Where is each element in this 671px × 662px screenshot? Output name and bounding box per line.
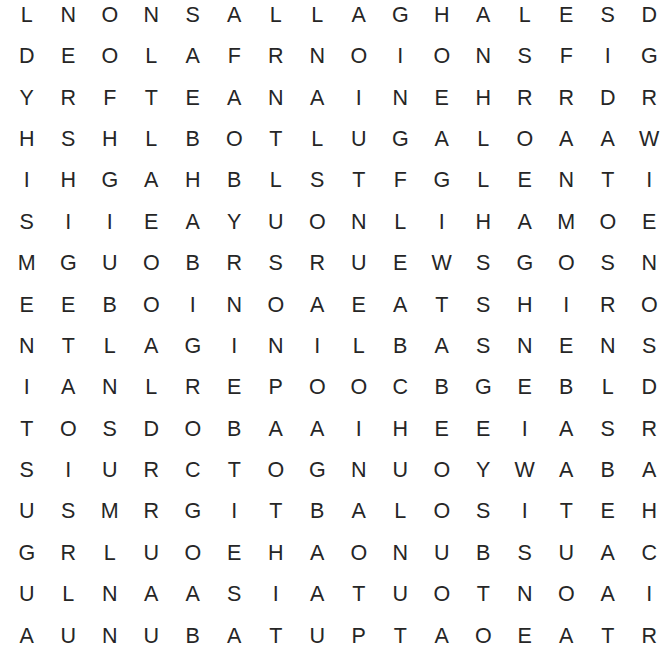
grid-cell[interactable]: U	[255, 202, 297, 243]
grid-cell[interactable]: F	[89, 78, 131, 119]
grid-cell[interactable]: M	[546, 202, 588, 243]
grid-cell[interactable]: U	[421, 533, 463, 574]
grid-cell[interactable]: R	[255, 36, 297, 77]
grid-cell[interactable]: I	[48, 202, 90, 243]
grid-cell[interactable]: A	[587, 533, 629, 574]
grid-cell[interactable]: M	[6, 243, 48, 284]
grid-cell[interactable]: S	[463, 285, 505, 326]
grid-cell[interactable]: N	[504, 574, 546, 615]
grid-cell[interactable]: O	[338, 36, 380, 77]
grid-cell[interactable]: B	[172, 616, 214, 657]
grid-cell[interactable]: E	[421, 409, 463, 450]
grid-cell[interactable]: A	[629, 450, 671, 491]
grid-cell[interactable]: L	[6, 0, 48, 36]
grid-cell[interactable]: B	[172, 119, 214, 160]
grid-cell[interactable]: M	[89, 492, 131, 533]
grid-cell[interactable]: L	[504, 0, 546, 36]
grid-cell[interactable]: L	[89, 326, 131, 367]
grid-cell[interactable]: O	[629, 285, 671, 326]
grid-cell[interactable]: T	[214, 450, 256, 491]
grid-cell[interactable]: D	[131, 409, 173, 450]
grid-cell[interactable]: O	[421, 574, 463, 615]
grid-cell[interactable]: A	[172, 36, 214, 77]
grid-cell[interactable]: H	[504, 285, 546, 326]
grid-cell[interactable]: S	[463, 243, 505, 284]
grid-cell[interactable]: L	[587, 367, 629, 408]
grid-cell[interactable]: S	[48, 119, 90, 160]
grid-cell[interactable]: O	[255, 285, 297, 326]
grid-cell[interactable]: L	[255, 161, 297, 202]
grid-cell[interactable]: R	[629, 409, 671, 450]
grid-cell[interactable]: S	[48, 492, 90, 533]
grid-cell[interactable]: N	[338, 202, 380, 243]
grid-cell[interactable]: R	[172, 367, 214, 408]
grid-cell[interactable]: A	[546, 450, 588, 491]
grid-cell[interactable]: H	[463, 202, 505, 243]
grid-cell[interactable]: A	[338, 0, 380, 36]
grid-cell[interactable]: R	[214, 243, 256, 284]
grid-cell[interactable]: L	[463, 119, 505, 160]
grid-cell[interactable]: A	[297, 574, 339, 615]
grid-cell[interactable]: U	[338, 243, 380, 284]
grid-cell[interactable]: T	[255, 616, 297, 657]
grid-cell[interactable]: U	[89, 243, 131, 284]
grid-cell[interactable]: L	[255, 0, 297, 36]
grid-cell[interactable]: N	[463, 36, 505, 77]
grid-cell[interactable]: L	[131, 36, 173, 77]
grid-cell[interactable]: T	[255, 119, 297, 160]
grid-cell[interactable]: A	[421, 616, 463, 657]
grid-cell[interactable]: I	[214, 492, 256, 533]
grid-cell[interactable]: S	[89, 409, 131, 450]
grid-cell[interactable]: G	[421, 161, 463, 202]
grid-cell[interactable]: W	[504, 450, 546, 491]
grid-cell[interactable]: N	[338, 450, 380, 491]
grid-cell[interactable]: S	[504, 533, 546, 574]
grid-cell[interactable]: U	[546, 533, 588, 574]
grid-cell[interactable]: T	[546, 492, 588, 533]
grid-cell[interactable]: A	[587, 574, 629, 615]
grid-cell[interactable]: D	[629, 0, 671, 36]
grid-cell[interactable]: Y	[214, 202, 256, 243]
grid-cell[interactable]: A	[546, 409, 588, 450]
grid-cell[interactable]: G	[629, 36, 671, 77]
grid-cell[interactable]: I	[214, 326, 256, 367]
grid-cell[interactable]: E	[48, 36, 90, 77]
grid-cell[interactable]: O	[587, 202, 629, 243]
grid-cell[interactable]: O	[421, 36, 463, 77]
grid-cell[interactable]: H	[255, 533, 297, 574]
grid-cell[interactable]: E	[504, 367, 546, 408]
grid-cell[interactable]: E	[629, 202, 671, 243]
grid-cell[interactable]: A	[338, 492, 380, 533]
grid-cell[interactable]: S	[587, 409, 629, 450]
grid-cell[interactable]: I	[421, 202, 463, 243]
grid-cell[interactable]: N	[297, 36, 339, 77]
grid-cell[interactable]: U	[131, 616, 173, 657]
grid-cell[interactable]: I	[48, 450, 90, 491]
grid-cell[interactable]: N	[89, 367, 131, 408]
grid-cell[interactable]: B	[214, 161, 256, 202]
grid-cell[interactable]: O	[338, 533, 380, 574]
grid-cell[interactable]: A	[297, 533, 339, 574]
grid-cell[interactable]: A	[546, 616, 588, 657]
grid-cell[interactable]: H	[629, 492, 671, 533]
grid-cell[interactable]: N	[504, 326, 546, 367]
grid-cell[interactable]: G	[380, 0, 422, 36]
grid-cell[interactable]: D	[629, 367, 671, 408]
grid-cell[interactable]: N	[380, 533, 422, 574]
grid-cell[interactable]: I	[6, 161, 48, 202]
grid-cell[interactable]: N	[587, 326, 629, 367]
grid-cell[interactable]: E	[546, 0, 588, 36]
grid-cell[interactable]: N	[546, 161, 588, 202]
grid-cell[interactable]: E	[504, 616, 546, 657]
grid-cell[interactable]: N	[89, 574, 131, 615]
grid-cell[interactable]: O	[89, 36, 131, 77]
grid-cell[interactable]: E	[546, 326, 588, 367]
grid-cell[interactable]: O	[131, 285, 173, 326]
grid-cell[interactable]: T	[48, 326, 90, 367]
grid-cell[interactable]: O	[297, 367, 339, 408]
grid-cell[interactable]: U	[89, 450, 131, 491]
grid-cell[interactable]: O	[504, 119, 546, 160]
grid-cell[interactable]: O	[463, 616, 505, 657]
grid-cell[interactable]: A	[297, 285, 339, 326]
grid-cell[interactable]: O	[255, 450, 297, 491]
grid-cell[interactable]: A	[214, 0, 256, 36]
grid-cell[interactable]: O	[172, 409, 214, 450]
grid-cell[interactable]: O	[421, 450, 463, 491]
grid-cell[interactable]: I	[172, 285, 214, 326]
grid-cell[interactable]: R	[131, 492, 173, 533]
grid-cell[interactable]: B	[380, 326, 422, 367]
grid-cell[interactable]: A	[421, 326, 463, 367]
grid-cell[interactable]: T	[338, 161, 380, 202]
grid-cell[interactable]: T	[255, 492, 297, 533]
grid-cell[interactable]: T	[587, 161, 629, 202]
grid-cell[interactable]: T	[131, 78, 173, 119]
grid-cell[interactable]: G	[504, 243, 546, 284]
grid-cell[interactable]: G	[172, 326, 214, 367]
grid-cell[interactable]: O	[89, 0, 131, 36]
grid-cell[interactable]: B	[297, 492, 339, 533]
grid-cell[interactable]: S	[504, 36, 546, 77]
grid-cell[interactable]: A	[48, 367, 90, 408]
grid-cell[interactable]: S	[6, 202, 48, 243]
grid-cell[interactable]: O	[546, 574, 588, 615]
grid-cell[interactable]: S	[587, 243, 629, 284]
grid-cell[interactable]: A	[131, 161, 173, 202]
grid-cell[interactable]: A	[587, 119, 629, 160]
grid-cell[interactable]: R	[629, 78, 671, 119]
grid-cell[interactable]: L	[380, 202, 422, 243]
grid-cell[interactable]: C	[172, 450, 214, 491]
grid-cell[interactable]: E	[48, 285, 90, 326]
grid-cell[interactable]: G	[172, 492, 214, 533]
grid-cell[interactable]: S	[463, 326, 505, 367]
grid-cell[interactable]: T	[587, 616, 629, 657]
grid-cell[interactable]: S	[6, 450, 48, 491]
grid-cell[interactable]: T	[338, 574, 380, 615]
grid-cell[interactable]: A	[380, 285, 422, 326]
grid-cell[interactable]: E	[214, 367, 256, 408]
grid-cell[interactable]: N	[6, 326, 48, 367]
grid-cell[interactable]: O	[297, 202, 339, 243]
grid-cell[interactable]: R	[131, 450, 173, 491]
grid-cell[interactable]: I	[297, 326, 339, 367]
grid-cell[interactable]: S	[629, 326, 671, 367]
grid-cell[interactable]: S	[463, 492, 505, 533]
grid-cell[interactable]: A	[131, 326, 173, 367]
grid-cell[interactable]: R	[629, 616, 671, 657]
grid-cell[interactable]: B	[172, 243, 214, 284]
grid-cell[interactable]: I	[504, 492, 546, 533]
grid-cell[interactable]: W	[629, 119, 671, 160]
grid-cell[interactable]: R	[504, 78, 546, 119]
grid-cell[interactable]: L	[297, 119, 339, 160]
grid-cell[interactable]: B	[463, 533, 505, 574]
grid-cell[interactable]: L	[131, 367, 173, 408]
grid-cell[interactable]: U	[6, 492, 48, 533]
grid-cell[interactable]: G	[380, 119, 422, 160]
grid-cell[interactable]: G	[48, 243, 90, 284]
grid-cell[interactable]: H	[172, 161, 214, 202]
grid-cell[interactable]: L	[48, 574, 90, 615]
grid-cell[interactable]: S	[587, 0, 629, 36]
grid-cell[interactable]: S	[255, 243, 297, 284]
grid-cell[interactable]: N	[255, 78, 297, 119]
grid-cell[interactable]: E	[421, 78, 463, 119]
grid-cell[interactable]: S	[172, 0, 214, 36]
grid-cell[interactable]: H	[89, 119, 131, 160]
grid-cell[interactable]: P	[338, 616, 380, 657]
word-search-grid: LNONSALLAGHALESDDEOLAFRNOIONSFIGYRFTEANA…	[6, 0, 670, 657]
grid-cell[interactable]: C	[629, 533, 671, 574]
grid-cell[interactable]: A	[421, 119, 463, 160]
grid-cell[interactable]: E	[504, 161, 546, 202]
grid-cell[interactable]: U	[48, 616, 90, 657]
grid-cell[interactable]: R	[297, 243, 339, 284]
grid-cell[interactable]: B	[546, 367, 588, 408]
grid-cell[interactable]: O	[214, 119, 256, 160]
grid-cell[interactable]: N	[255, 326, 297, 367]
grid-cell[interactable]: I	[338, 78, 380, 119]
grid-cell[interactable]: D	[587, 78, 629, 119]
grid-cell[interactable]: R	[48, 78, 90, 119]
grid-cell[interactable]: N	[131, 0, 173, 36]
grid-cell[interactable]: H	[463, 78, 505, 119]
grid-cell[interactable]: G	[6, 533, 48, 574]
grid-cell[interactable]: E	[380, 243, 422, 284]
grid-cell[interactable]: E	[131, 202, 173, 243]
grid-cell[interactable]: O	[172, 533, 214, 574]
grid-cell[interactable]: E	[214, 533, 256, 574]
grid-cell[interactable]: R	[48, 533, 90, 574]
grid-cell[interactable]: L	[131, 119, 173, 160]
grid-cell[interactable]: H	[380, 409, 422, 450]
grid-cell[interactable]: T	[421, 285, 463, 326]
grid-cell[interactable]: N	[214, 285, 256, 326]
grid-cell[interactable]: O	[421, 492, 463, 533]
grid-cell[interactable]: L	[297, 0, 339, 36]
grid-cell[interactable]: A	[131, 574, 173, 615]
grid-cell[interactable]: A	[297, 78, 339, 119]
grid-cell[interactable]: A	[255, 409, 297, 450]
grid-cell[interactable]: A	[6, 616, 48, 657]
grid-cell[interactable]: O	[546, 243, 588, 284]
grid-cell[interactable]: E	[338, 285, 380, 326]
grid-cell[interactable]: G	[297, 450, 339, 491]
grid-cell[interactable]: H	[48, 161, 90, 202]
grid-cell[interactable]: A	[504, 202, 546, 243]
grid-cell[interactable]: B	[214, 409, 256, 450]
grid-cell[interactable]: H	[6, 119, 48, 160]
grid-cell[interactable]: I	[380, 36, 422, 77]
grid-cell[interactable]: U	[297, 616, 339, 657]
grid-cell[interactable]: I	[546, 285, 588, 326]
grid-cell[interactable]: E	[6, 285, 48, 326]
grid-cell[interactable]: W	[421, 243, 463, 284]
grid-cell[interactable]: I	[587, 36, 629, 77]
grid-cell[interactable]: I	[629, 161, 671, 202]
grid-cell[interactable]: E	[463, 409, 505, 450]
grid-cell[interactable]: A	[214, 616, 256, 657]
grid-cell[interactable]: I	[89, 202, 131, 243]
grid-cell[interactable]: B	[421, 367, 463, 408]
grid-cell[interactable]: F	[214, 36, 256, 77]
grid-cell[interactable]: D	[6, 36, 48, 77]
grid-cell[interactable]: N	[380, 78, 422, 119]
grid-cell[interactable]: F	[546, 36, 588, 77]
grid-cell[interactable]: L	[89, 533, 131, 574]
grid-cell[interactable]: I	[338, 409, 380, 450]
grid-cell[interactable]: O	[48, 409, 90, 450]
grid-cell[interactable]: E	[172, 78, 214, 119]
grid-cell[interactable]: Y	[463, 450, 505, 491]
grid-cell[interactable]: N	[89, 616, 131, 657]
grid-cell[interactable]: T	[380, 616, 422, 657]
grid-cell[interactable]: I	[6, 367, 48, 408]
grid-cell[interactable]: I	[504, 409, 546, 450]
grid-cell[interactable]: C	[380, 367, 422, 408]
grid-cell[interactable]: S	[214, 574, 256, 615]
grid-cell[interactable]: T	[6, 409, 48, 450]
grid-cell[interactable]: Y	[6, 78, 48, 119]
grid-cell[interactable]: O	[131, 243, 173, 284]
grid-cell[interactable]: R	[546, 78, 588, 119]
grid-cell[interactable]: B	[587, 450, 629, 491]
grid-cell[interactable]: L	[338, 326, 380, 367]
grid-cell[interactable]: A	[172, 202, 214, 243]
grid-cell[interactable]: I	[629, 574, 671, 615]
grid-cell[interactable]: T	[463, 574, 505, 615]
grid-cell[interactable]: E	[587, 492, 629, 533]
grid-cell[interactable]: A	[546, 119, 588, 160]
grid-cell[interactable]: G	[89, 161, 131, 202]
grid-cell[interactable]: S	[297, 161, 339, 202]
grid-cell[interactable]: N	[48, 0, 90, 36]
grid-cell[interactable]: R	[587, 285, 629, 326]
grid-cell[interactable]: H	[421, 0, 463, 36]
grid-cell[interactable]: L	[380, 492, 422, 533]
grid-cell[interactable]: A	[297, 409, 339, 450]
grid-cell[interactable]: U	[6, 574, 48, 615]
grid-cell[interactable]: G	[463, 367, 505, 408]
grid-cell[interactable]: B	[89, 285, 131, 326]
grid-cell[interactable]: L	[463, 161, 505, 202]
grid-cell[interactable]: I	[255, 574, 297, 615]
grid-cell[interactable]: U	[338, 119, 380, 160]
grid-cell[interactable]: P	[255, 367, 297, 408]
grid-cell[interactable]: U	[131, 533, 173, 574]
grid-cell[interactable]: N	[629, 243, 671, 284]
grid-cell[interactable]: A	[463, 0, 505, 36]
grid-cell[interactable]: U	[380, 574, 422, 615]
grid-cell[interactable]: U	[380, 450, 422, 491]
grid-cell[interactable]: A	[214, 78, 256, 119]
grid-cell[interactable]: O	[338, 367, 380, 408]
grid-cell[interactable]: A	[172, 574, 214, 615]
grid-cell[interactable]: F	[380, 161, 422, 202]
